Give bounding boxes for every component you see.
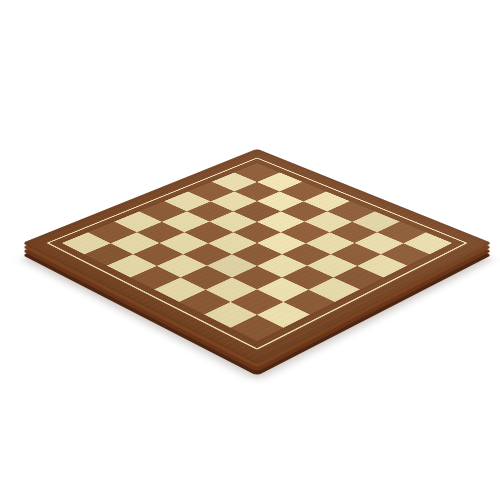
board-grid bbox=[62, 163, 452, 341]
chess-board bbox=[22, 149, 492, 364]
product-photo bbox=[0, 0, 500, 500]
